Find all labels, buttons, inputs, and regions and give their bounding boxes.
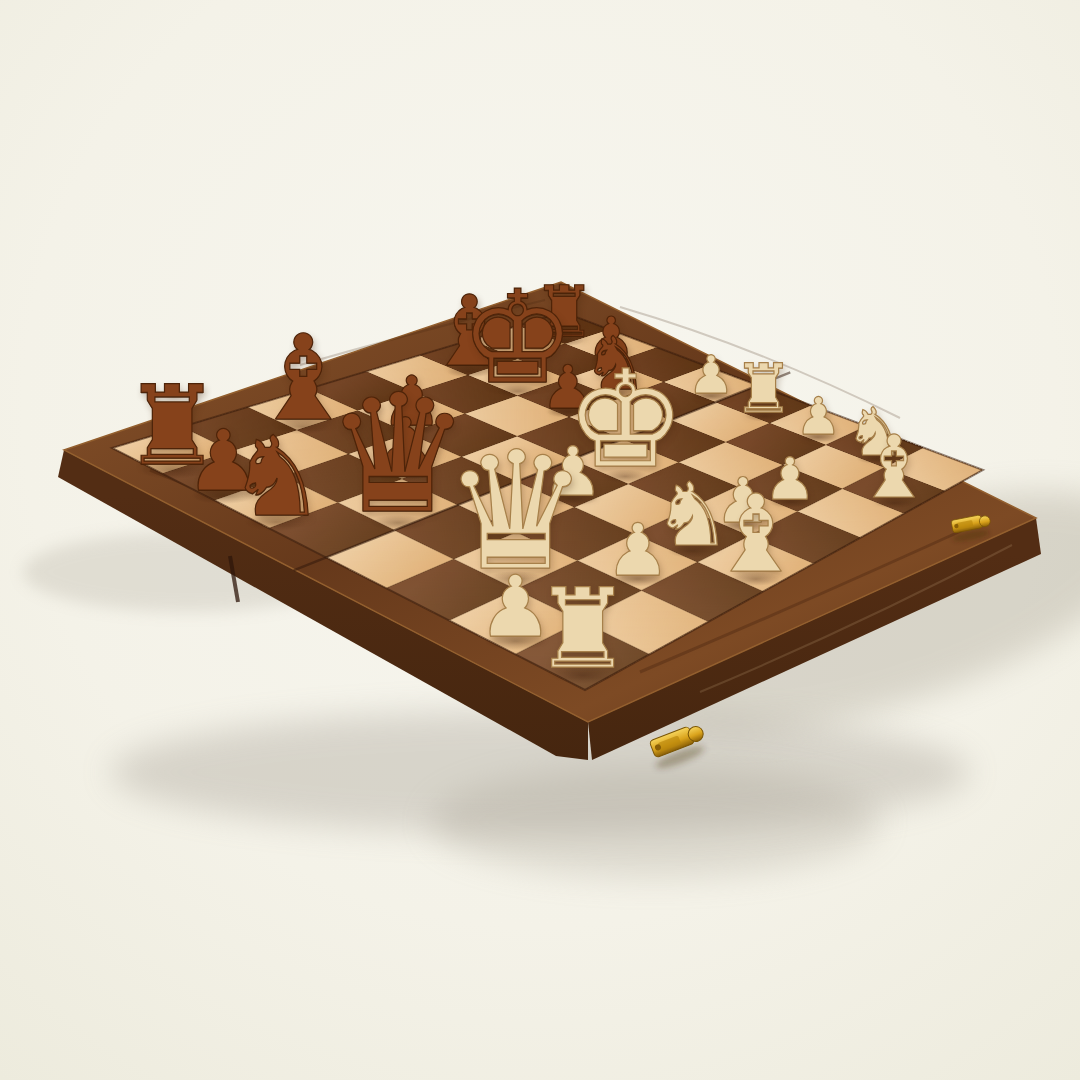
ground-shadow-front-right bbox=[430, 766, 880, 878]
piece-white-rook-a1[interactable]: ♜ bbox=[533, 575, 632, 685]
piece-white-pawn-h3[interactable]: ♟ bbox=[795, 391, 841, 442]
photo-stage: ♜♟♝♚♞♟♟♜♝♟♟♞♜♟♚♟♟♟♝♞♛♟♞♝♟♛♟♜ bbox=[0, 0, 1080, 1080]
piece-white-bishop-g1[interactable]: ♝ bbox=[855, 424, 933, 511]
piece-white-pawn-h5[interactable]: ♟ bbox=[687, 349, 734, 402]
piece-black-knight-a6[interactable]: ♞ bbox=[227, 422, 326, 532]
piece-white-bishop-d1[interactable]: ♝ bbox=[708, 482, 804, 589]
piece-white-rook-h4[interactable]: ♜ bbox=[733, 355, 794, 423]
